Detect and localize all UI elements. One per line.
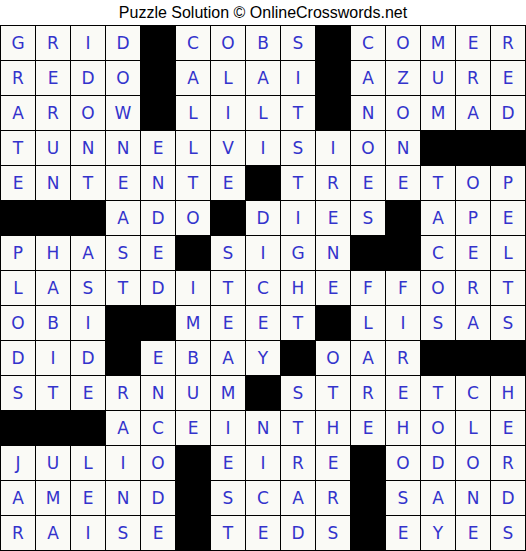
letter-cell: A xyxy=(36,271,70,305)
letter-cell: R xyxy=(1,516,35,550)
black-cell xyxy=(71,411,105,445)
letter-cell: T xyxy=(106,271,140,305)
letter-cell: E xyxy=(246,516,280,550)
letter-cell: U xyxy=(421,61,455,95)
letter-cell: Y xyxy=(421,516,455,550)
letter-cell: N xyxy=(71,131,105,165)
black-cell xyxy=(351,516,385,550)
letter-cell: T xyxy=(281,96,315,130)
letter-cell: N xyxy=(456,481,490,515)
letter-cell: C xyxy=(421,236,455,270)
letter-cell: I xyxy=(246,131,280,165)
letter-cell: E xyxy=(106,166,140,200)
letter-cell: T xyxy=(36,376,70,410)
letter-cell: S xyxy=(491,306,525,340)
letter-cell: N xyxy=(316,236,350,270)
letter-cell: L xyxy=(176,96,210,130)
letter-cell: E xyxy=(1,166,35,200)
letter-cell: M xyxy=(36,481,70,515)
letter-cell: L xyxy=(491,236,525,270)
letter-cell: E xyxy=(141,236,175,270)
letter-cell: H xyxy=(281,271,315,305)
letter-cell: T xyxy=(421,166,455,200)
letter-cell: I xyxy=(176,271,210,305)
letter-cell: C xyxy=(246,481,280,515)
letter-cell: L xyxy=(456,411,490,445)
letter-cell: W xyxy=(106,96,140,130)
letter-cell: T xyxy=(281,411,315,445)
letter-cell: T xyxy=(316,376,350,410)
letter-cell: S xyxy=(281,376,315,410)
letter-cell: D xyxy=(141,271,175,305)
black-cell xyxy=(316,96,350,130)
letter-cell: I xyxy=(211,411,245,445)
letter-cell: N xyxy=(141,376,175,410)
letter-cell: E xyxy=(141,516,175,550)
letter-cell: D xyxy=(106,26,140,60)
letter-cell: D xyxy=(141,481,175,515)
letter-cell: S xyxy=(211,481,245,515)
letter-cell: A xyxy=(106,201,140,235)
letter-cell: A xyxy=(1,481,35,515)
black-cell xyxy=(456,131,490,165)
black-cell xyxy=(71,201,105,235)
letter-cell: C xyxy=(351,26,385,60)
letter-cell: N xyxy=(36,166,70,200)
black-cell xyxy=(176,481,210,515)
letter-cell: O xyxy=(386,446,420,480)
black-cell xyxy=(421,131,455,165)
letter-cell: D xyxy=(71,61,105,95)
letter-cell: E xyxy=(141,131,175,165)
page-title: Puzzle Solution © OnlineCrosswords.net xyxy=(0,0,526,25)
letter-cell: J xyxy=(1,446,35,480)
letter-cell: S xyxy=(351,201,385,235)
letter-cell: M xyxy=(421,26,455,60)
puzzle-solution-page: Puzzle Solution © OnlineCrosswords.net G… xyxy=(0,0,526,551)
letter-cell: R xyxy=(36,26,70,60)
letter-cell: R xyxy=(491,446,525,480)
letter-cell: N xyxy=(141,166,175,200)
letter-cell: O xyxy=(456,446,490,480)
letter-cell: D xyxy=(71,341,105,375)
black-cell xyxy=(351,446,385,480)
black-cell xyxy=(176,516,210,550)
letter-cell: S xyxy=(421,306,455,340)
black-cell xyxy=(351,236,385,270)
letter-cell: E xyxy=(386,166,420,200)
letter-cell: O xyxy=(456,166,490,200)
letter-cell: S xyxy=(71,271,105,305)
letter-cell: I xyxy=(106,446,140,480)
black-cell xyxy=(36,201,70,235)
letter-cell: F xyxy=(386,271,420,305)
letter-cell: S xyxy=(281,131,315,165)
letter-cell: L xyxy=(176,131,210,165)
black-cell xyxy=(456,341,490,375)
black-cell xyxy=(1,411,35,445)
letter-cell: O xyxy=(176,201,210,235)
letter-cell: E xyxy=(456,236,490,270)
letter-cell: O xyxy=(386,96,420,130)
letter-cell: D xyxy=(281,516,315,550)
letter-cell: R xyxy=(456,271,490,305)
letter-cell: O xyxy=(1,306,35,340)
letter-cell: S xyxy=(316,516,350,550)
letter-cell: P xyxy=(1,236,35,270)
letter-cell: I xyxy=(281,201,315,235)
black-cell xyxy=(176,446,210,480)
black-cell xyxy=(141,61,175,95)
letter-cell: T xyxy=(1,131,35,165)
black-cell xyxy=(246,376,280,410)
letter-cell: M xyxy=(211,376,245,410)
letter-cell: E xyxy=(36,61,70,95)
letter-cell: I xyxy=(71,306,105,340)
letter-cell: E xyxy=(491,411,525,445)
letter-cell: A xyxy=(176,61,210,95)
letter-cell: V xyxy=(211,131,245,165)
letter-cell: S xyxy=(386,481,420,515)
letter-cell: N xyxy=(106,481,140,515)
letter-cell: D xyxy=(246,201,280,235)
letter-cell: R xyxy=(281,446,315,480)
letter-cell: P xyxy=(491,166,525,200)
letter-cell: I xyxy=(386,306,420,340)
letter-cell: U xyxy=(36,131,70,165)
letter-cell: O xyxy=(71,96,105,130)
black-cell xyxy=(1,201,35,235)
letter-cell: O xyxy=(351,131,385,165)
letter-cell: N xyxy=(386,131,420,165)
letter-cell: I xyxy=(316,131,350,165)
letter-cell: A xyxy=(211,341,245,375)
letter-cell: O xyxy=(211,26,245,60)
letter-cell: S xyxy=(106,516,140,550)
letter-cell: T xyxy=(176,166,210,200)
letter-cell: E xyxy=(491,201,525,235)
letter-cell: I xyxy=(246,446,280,480)
letter-cell: E xyxy=(211,446,245,480)
letter-cell: E xyxy=(246,306,280,340)
letter-cell: A xyxy=(1,96,35,130)
letter-cell: E xyxy=(386,376,420,410)
letter-cell: O xyxy=(106,61,140,95)
letter-cell: B xyxy=(36,306,70,340)
letter-cell: D xyxy=(1,341,35,375)
letter-cell: S xyxy=(211,236,245,270)
letter-cell: R xyxy=(106,376,140,410)
letter-cell: I xyxy=(211,96,245,130)
letter-cell: D xyxy=(491,481,525,515)
letter-cell: G xyxy=(1,26,35,60)
letter-cell: N xyxy=(351,96,385,130)
letter-cell: L xyxy=(211,61,245,95)
black-cell xyxy=(141,96,175,130)
letter-cell: E xyxy=(386,516,420,550)
letter-cell: E xyxy=(316,446,350,480)
letter-cell: A xyxy=(456,96,490,130)
letter-cell: O xyxy=(421,411,455,445)
letter-cell: D xyxy=(421,446,455,480)
letter-cell: R xyxy=(386,341,420,375)
black-cell xyxy=(141,26,175,60)
letter-cell: L xyxy=(351,306,385,340)
letter-cell: T xyxy=(281,306,315,340)
letter-cell: N xyxy=(106,131,140,165)
letter-cell: U xyxy=(36,446,70,480)
letter-cell: R xyxy=(491,26,525,60)
letter-cell: A xyxy=(456,306,490,340)
letter-cell: C xyxy=(456,376,490,410)
letter-cell: I xyxy=(71,26,105,60)
black-cell xyxy=(491,341,525,375)
letter-cell: T xyxy=(421,376,455,410)
letter-cell: A xyxy=(351,61,385,95)
letter-cell: H xyxy=(491,376,525,410)
letter-cell: E xyxy=(351,411,385,445)
letter-cell: E xyxy=(316,271,350,305)
letter-cell: H xyxy=(316,411,350,445)
letter-cell: I xyxy=(36,341,70,375)
letter-cell: L xyxy=(246,96,280,130)
letter-cell: Y xyxy=(246,341,280,375)
black-cell xyxy=(386,236,420,270)
black-cell xyxy=(351,481,385,515)
letter-cell: T xyxy=(211,516,245,550)
crossword-grid: GRIDCOBSCOMERREDOALAIAZUREAROWLILTNOMADT… xyxy=(0,25,526,551)
letter-cell: T xyxy=(211,271,245,305)
letter-cell: C xyxy=(176,26,210,60)
letter-cell: E xyxy=(351,166,385,200)
letter-cell: G xyxy=(281,236,315,270)
black-cell xyxy=(316,26,350,60)
black-cell xyxy=(421,341,455,375)
letter-cell: E xyxy=(456,516,490,550)
letter-cell: U xyxy=(176,376,210,410)
letter-cell: B xyxy=(246,26,280,60)
letter-cell: O xyxy=(386,26,420,60)
letter-cell: A xyxy=(36,516,70,550)
black-cell xyxy=(211,201,245,235)
letter-cell: Z xyxy=(386,61,420,95)
letter-cell: F xyxy=(351,271,385,305)
black-cell xyxy=(36,411,70,445)
letter-cell: D xyxy=(141,201,175,235)
letter-cell: C xyxy=(141,411,175,445)
letter-cell: L xyxy=(71,446,105,480)
letter-cell: S xyxy=(106,236,140,270)
black-cell xyxy=(246,166,280,200)
letter-cell: A xyxy=(281,481,315,515)
letter-cell: A xyxy=(351,341,385,375)
letter-cell: R xyxy=(316,481,350,515)
letter-cell: R xyxy=(351,376,385,410)
black-cell xyxy=(141,306,175,340)
letter-cell: T xyxy=(491,271,525,305)
letter-cell: L xyxy=(1,271,35,305)
black-cell xyxy=(491,131,525,165)
letter-cell: R xyxy=(36,96,70,130)
letter-cell: P xyxy=(456,201,490,235)
letter-cell: O xyxy=(141,446,175,480)
letter-cell: S xyxy=(281,26,315,60)
letter-cell: H xyxy=(386,411,420,445)
letter-cell: E xyxy=(456,26,490,60)
letter-cell: E xyxy=(141,341,175,375)
letter-cell: N xyxy=(246,411,280,445)
letter-cell: I xyxy=(71,516,105,550)
letter-cell: D xyxy=(491,96,525,130)
letter-cell: R xyxy=(316,166,350,200)
letter-cell: R xyxy=(456,61,490,95)
letter-cell: O xyxy=(421,271,455,305)
letter-cell: A xyxy=(421,481,455,515)
black-cell xyxy=(386,201,420,235)
black-cell xyxy=(316,306,350,340)
letter-cell: E xyxy=(211,306,245,340)
letter-cell: T xyxy=(281,166,315,200)
letter-cell: E xyxy=(71,376,105,410)
letter-cell: E xyxy=(71,481,105,515)
letter-cell: T xyxy=(71,166,105,200)
letter-cell: I xyxy=(281,61,315,95)
letter-cell: R xyxy=(1,61,35,95)
letter-cell: E xyxy=(316,201,350,235)
letter-cell: A xyxy=(246,61,280,95)
letter-cell: C xyxy=(246,271,280,305)
letter-cell: A xyxy=(71,236,105,270)
letter-cell: E xyxy=(211,166,245,200)
letter-cell: H xyxy=(36,236,70,270)
black-cell xyxy=(281,341,315,375)
letter-cell: S xyxy=(491,516,525,550)
black-cell xyxy=(106,341,140,375)
black-cell xyxy=(316,61,350,95)
letter-cell: E xyxy=(176,411,210,445)
letter-cell: I xyxy=(246,236,280,270)
letter-cell: O xyxy=(316,341,350,375)
letter-cell: A xyxy=(106,411,140,445)
letter-cell: B xyxy=(176,341,210,375)
black-cell xyxy=(176,236,210,270)
black-cell xyxy=(106,306,140,340)
letter-cell: M xyxy=(176,306,210,340)
letter-cell: E xyxy=(491,61,525,95)
letter-cell: A xyxy=(421,201,455,235)
letter-cell: M xyxy=(421,96,455,130)
letter-cell: S xyxy=(1,376,35,410)
